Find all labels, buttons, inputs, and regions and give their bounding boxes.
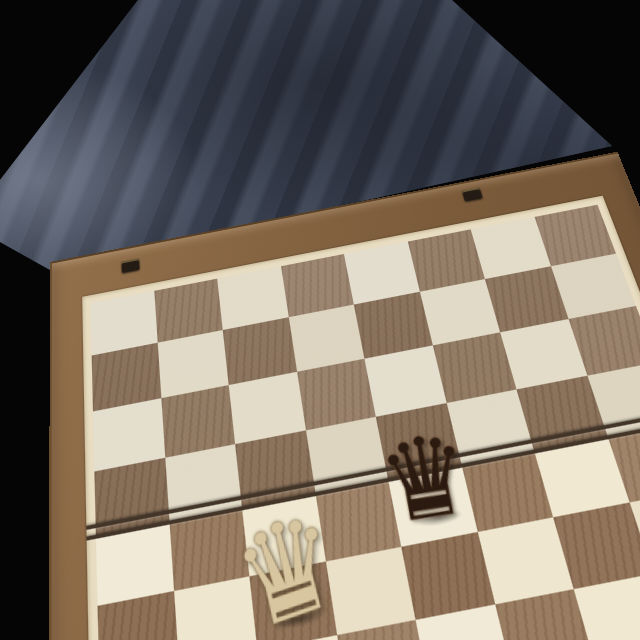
photo-canvas: ♛♛ [0,0,640,640]
maple-inlay-border: ♛♛ [82,196,640,640]
hinge-icon [121,258,139,273]
hinge-icon [462,187,483,201]
board-grid: ♛♛ [90,205,640,640]
